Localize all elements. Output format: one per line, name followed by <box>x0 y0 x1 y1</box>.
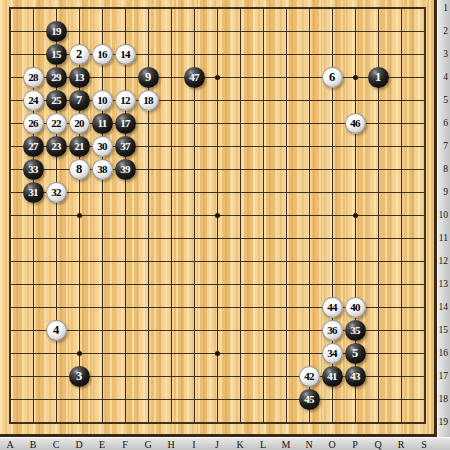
intersection-G16[interactable] <box>137 342 160 365</box>
intersection-B9[interactable]: 31 <box>22 181 45 204</box>
intersection-G11[interactable] <box>137 227 160 250</box>
intersection-I5[interactable] <box>183 89 206 112</box>
intersection-F14[interactable] <box>114 296 137 319</box>
intersection-R1[interactable] <box>390 0 413 20</box>
intersection-Q12[interactable] <box>367 250 390 273</box>
intersection-P15[interactable]: 35 <box>344 319 367 342</box>
intersection-H16[interactable] <box>160 342 183 365</box>
intersection-D14[interactable] <box>68 296 91 319</box>
intersection-D16[interactable] <box>68 342 91 365</box>
intersection-O12[interactable] <box>321 250 344 273</box>
intersection-N14[interactable] <box>298 296 321 319</box>
intersection-I19[interactable] <box>183 411 206 434</box>
intersection-R16[interactable] <box>390 342 413 365</box>
intersection-S8[interactable] <box>413 158 436 181</box>
intersection-N9[interactable] <box>298 181 321 204</box>
intersection-B5[interactable]: 24 <box>22 89 45 112</box>
intersection-G1[interactable] <box>137 0 160 20</box>
intersection-N12[interactable] <box>298 250 321 273</box>
intersection-R3[interactable] <box>390 43 413 66</box>
intersection-E4[interactable] <box>91 66 114 89</box>
intersection-H5[interactable] <box>160 89 183 112</box>
intersection-O4[interactable]: 6 <box>321 66 344 89</box>
intersection-L10[interactable] <box>252 204 275 227</box>
intersection-N15[interactable] <box>298 319 321 342</box>
intersection-S16[interactable] <box>413 342 436 365</box>
intersection-C14[interactable] <box>45 296 68 319</box>
intersection-G2[interactable] <box>137 20 160 43</box>
intersection-I3[interactable] <box>183 43 206 66</box>
intersection-S18[interactable] <box>413 388 436 411</box>
intersection-H4[interactable] <box>160 66 183 89</box>
intersection-I15[interactable] <box>183 319 206 342</box>
intersection-L3[interactable] <box>252 43 275 66</box>
intersection-P13[interactable] <box>344 273 367 296</box>
intersection-J17[interactable] <box>206 365 229 388</box>
intersection-R11[interactable] <box>390 227 413 250</box>
intersection-A10[interactable] <box>0 204 22 227</box>
intersection-K8[interactable] <box>229 158 252 181</box>
intersection-I7[interactable] <box>183 135 206 158</box>
intersection-G13[interactable] <box>137 273 160 296</box>
intersection-I6[interactable] <box>183 112 206 135</box>
intersection-K3[interactable] <box>229 43 252 66</box>
intersection-L14[interactable] <box>252 296 275 319</box>
intersection-A9[interactable] <box>0 181 22 204</box>
intersection-F3[interactable]: 14 <box>114 43 137 66</box>
intersection-C1[interactable] <box>45 0 68 20</box>
intersection-A2[interactable] <box>0 20 22 43</box>
intersection-L19[interactable] <box>252 411 275 434</box>
intersection-D3[interactable]: 2 <box>68 43 91 66</box>
intersection-O13[interactable] <box>321 273 344 296</box>
intersection-F9[interactable] <box>114 181 137 204</box>
intersection-E12[interactable] <box>91 250 114 273</box>
intersection-G14[interactable] <box>137 296 160 319</box>
intersection-S4[interactable] <box>413 66 436 89</box>
intersection-F6[interactable]: 17 <box>114 112 137 135</box>
intersection-J2[interactable] <box>206 20 229 43</box>
intersection-H2[interactable] <box>160 20 183 43</box>
intersection-S17[interactable] <box>413 365 436 388</box>
intersection-L18[interactable] <box>252 388 275 411</box>
intersection-P8[interactable] <box>344 158 367 181</box>
intersection-L2[interactable] <box>252 20 275 43</box>
intersection-F4[interactable] <box>114 66 137 89</box>
intersection-E13[interactable] <box>91 273 114 296</box>
intersection-R10[interactable] <box>390 204 413 227</box>
intersection-R9[interactable] <box>390 181 413 204</box>
intersection-D19[interactable] <box>68 411 91 434</box>
intersection-K17[interactable] <box>229 365 252 388</box>
intersection-Q18[interactable] <box>367 388 390 411</box>
intersection-K1[interactable] <box>229 0 252 20</box>
intersection-C13[interactable] <box>45 273 68 296</box>
intersection-L7[interactable] <box>252 135 275 158</box>
intersection-J18[interactable] <box>206 388 229 411</box>
intersection-L13[interactable] <box>252 273 275 296</box>
intersection-D7[interactable]: 21 <box>68 135 91 158</box>
intersection-D10[interactable] <box>68 204 91 227</box>
intersection-D12[interactable] <box>68 250 91 273</box>
intersection-N2[interactable] <box>298 20 321 43</box>
intersection-K19[interactable] <box>229 411 252 434</box>
intersection-S1[interactable] <box>413 0 436 20</box>
intersection-H10[interactable] <box>160 204 183 227</box>
intersection-B2[interactable] <box>22 20 45 43</box>
intersection-R13[interactable] <box>390 273 413 296</box>
intersection-M11[interactable] <box>275 227 298 250</box>
intersection-P7[interactable] <box>344 135 367 158</box>
intersection-L8[interactable] <box>252 158 275 181</box>
intersection-F10[interactable] <box>114 204 137 227</box>
intersection-E15[interactable] <box>91 319 114 342</box>
intersection-P10[interactable] <box>344 204 367 227</box>
intersection-K6[interactable] <box>229 112 252 135</box>
intersection-I18[interactable] <box>183 388 206 411</box>
intersection-B18[interactable] <box>22 388 45 411</box>
intersection-H17[interactable] <box>160 365 183 388</box>
intersection-M17[interactable] <box>275 365 298 388</box>
intersection-M14[interactable] <box>275 296 298 319</box>
intersection-R7[interactable] <box>390 135 413 158</box>
intersection-R19[interactable] <box>390 411 413 434</box>
intersection-J16[interactable] <box>206 342 229 365</box>
intersection-C12[interactable] <box>45 250 68 273</box>
intersection-F11[interactable] <box>114 227 137 250</box>
intersection-B7[interactable]: 27 <box>22 135 45 158</box>
intersection-O1[interactable] <box>321 0 344 20</box>
intersection-H6[interactable] <box>160 112 183 135</box>
intersection-Q7[interactable] <box>367 135 390 158</box>
intersection-Q9[interactable] <box>367 181 390 204</box>
intersection-O9[interactable] <box>321 181 344 204</box>
intersection-Q11[interactable] <box>367 227 390 250</box>
intersection-N8[interactable] <box>298 158 321 181</box>
intersection-C8[interactable] <box>45 158 68 181</box>
intersection-S5[interactable] <box>413 89 436 112</box>
intersection-L1[interactable] <box>252 0 275 20</box>
intersection-P4[interactable] <box>344 66 367 89</box>
intersection-E11[interactable] <box>91 227 114 250</box>
intersection-F7[interactable]: 37 <box>114 135 137 158</box>
intersection-I14[interactable] <box>183 296 206 319</box>
intersection-P17[interactable]: 43 <box>344 365 367 388</box>
intersection-J5[interactable] <box>206 89 229 112</box>
intersection-Q17[interactable] <box>367 365 390 388</box>
intersection-N13[interactable] <box>298 273 321 296</box>
intersection-E16[interactable] <box>91 342 114 365</box>
intersection-O8[interactable] <box>321 158 344 181</box>
intersection-O11[interactable] <box>321 227 344 250</box>
intersection-Q15[interactable] <box>367 319 390 342</box>
intersection-C4[interactable]: 29 <box>45 66 68 89</box>
intersection-S9[interactable] <box>413 181 436 204</box>
intersection-D2[interactable] <box>68 20 91 43</box>
intersection-I9[interactable] <box>183 181 206 204</box>
intersection-A5[interactable] <box>0 89 22 112</box>
intersection-J13[interactable] <box>206 273 229 296</box>
intersection-N1[interactable] <box>298 0 321 20</box>
intersection-Q4[interactable]: 1 <box>367 66 390 89</box>
intersection-A8[interactable] <box>0 158 22 181</box>
intersection-L12[interactable] <box>252 250 275 273</box>
intersection-K18[interactable] <box>229 388 252 411</box>
intersection-N16[interactable] <box>298 342 321 365</box>
intersection-N17[interactable]: 42 <box>298 365 321 388</box>
intersection-O18[interactable] <box>321 388 344 411</box>
intersection-J6[interactable] <box>206 112 229 135</box>
intersection-D1[interactable] <box>68 0 91 20</box>
intersection-S14[interactable] <box>413 296 436 319</box>
intersection-K14[interactable] <box>229 296 252 319</box>
intersection-A15[interactable] <box>0 319 22 342</box>
intersection-K12[interactable] <box>229 250 252 273</box>
intersection-Q6[interactable] <box>367 112 390 135</box>
intersection-P1[interactable] <box>344 0 367 20</box>
intersection-D5[interactable]: 7 <box>68 89 91 112</box>
intersection-B14[interactable] <box>22 296 45 319</box>
intersection-G10[interactable] <box>137 204 160 227</box>
intersection-A7[interactable] <box>0 135 22 158</box>
intersection-C16[interactable] <box>45 342 68 365</box>
intersection-L5[interactable] <box>252 89 275 112</box>
intersection-F8[interactable]: 39 <box>114 158 137 181</box>
intersection-P12[interactable] <box>344 250 367 273</box>
intersection-C9[interactable]: 32 <box>45 181 68 204</box>
intersection-R8[interactable] <box>390 158 413 181</box>
intersection-K13[interactable] <box>229 273 252 296</box>
intersection-A18[interactable] <box>0 388 22 411</box>
intersection-F17[interactable] <box>114 365 137 388</box>
intersection-L15[interactable] <box>252 319 275 342</box>
intersection-G17[interactable] <box>137 365 160 388</box>
intersection-I1[interactable] <box>183 0 206 20</box>
intersection-B12[interactable] <box>22 250 45 273</box>
intersection-E3[interactable]: 16 <box>91 43 114 66</box>
intersection-I4[interactable]: 47 <box>183 66 206 89</box>
intersection-C11[interactable] <box>45 227 68 250</box>
intersection-R14[interactable] <box>390 296 413 319</box>
intersection-G8[interactable] <box>137 158 160 181</box>
intersection-N5[interactable] <box>298 89 321 112</box>
intersection-P11[interactable] <box>344 227 367 250</box>
intersection-H3[interactable] <box>160 43 183 66</box>
intersection-J10[interactable] <box>206 204 229 227</box>
intersection-O17[interactable]: 41 <box>321 365 344 388</box>
intersection-I11[interactable] <box>183 227 206 250</box>
intersection-N19[interactable] <box>298 411 321 434</box>
intersection-G12[interactable] <box>137 250 160 273</box>
intersection-K11[interactable] <box>229 227 252 250</box>
intersection-H8[interactable] <box>160 158 183 181</box>
intersection-S10[interactable] <box>413 204 436 227</box>
intersection-Q1[interactable] <box>367 0 390 20</box>
intersection-L6[interactable] <box>252 112 275 135</box>
intersection-E2[interactable] <box>91 20 114 43</box>
intersection-H11[interactable] <box>160 227 183 250</box>
intersection-R5[interactable] <box>390 89 413 112</box>
intersection-G18[interactable] <box>137 388 160 411</box>
intersection-C2[interactable]: 19 <box>45 20 68 43</box>
intersection-O7[interactable] <box>321 135 344 158</box>
intersection-S12[interactable] <box>413 250 436 273</box>
intersection-P6[interactable]: 46 <box>344 112 367 135</box>
intersection-M4[interactable] <box>275 66 298 89</box>
intersection-B3[interactable] <box>22 43 45 66</box>
intersection-O2[interactable] <box>321 20 344 43</box>
intersection-D9[interactable] <box>68 181 91 204</box>
intersection-N6[interactable] <box>298 112 321 135</box>
intersection-D13[interactable] <box>68 273 91 296</box>
intersection-C19[interactable] <box>45 411 68 434</box>
intersection-P5[interactable] <box>344 89 367 112</box>
intersection-H1[interactable] <box>160 0 183 20</box>
intersection-N10[interactable] <box>298 204 321 227</box>
intersection-G15[interactable] <box>137 319 160 342</box>
intersection-G6[interactable] <box>137 112 160 135</box>
intersection-H13[interactable] <box>160 273 183 296</box>
intersection-Q8[interactable] <box>367 158 390 181</box>
intersection-K5[interactable] <box>229 89 252 112</box>
intersection-D6[interactable]: 20 <box>68 112 91 135</box>
intersection-I10[interactable] <box>183 204 206 227</box>
intersection-P18[interactable] <box>344 388 367 411</box>
intersection-R6[interactable] <box>390 112 413 135</box>
intersection-B16[interactable] <box>22 342 45 365</box>
intersection-B8[interactable]: 33 <box>22 158 45 181</box>
intersection-E9[interactable] <box>91 181 114 204</box>
intersection-A17[interactable] <box>0 365 22 388</box>
intersection-H7[interactable] <box>160 135 183 158</box>
intersection-A19[interactable] <box>0 411 22 434</box>
intersection-I16[interactable] <box>183 342 206 365</box>
intersection-E1[interactable] <box>91 0 114 20</box>
intersection-K2[interactable] <box>229 20 252 43</box>
intersection-J11[interactable] <box>206 227 229 250</box>
intersection-O10[interactable] <box>321 204 344 227</box>
intersection-I17[interactable] <box>183 365 206 388</box>
intersection-Q3[interactable] <box>367 43 390 66</box>
intersection-E7[interactable]: 30 <box>91 135 114 158</box>
intersection-M6[interactable] <box>275 112 298 135</box>
intersection-Q5[interactable] <box>367 89 390 112</box>
intersection-F19[interactable] <box>114 411 137 434</box>
intersection-G19[interactable] <box>137 411 160 434</box>
intersection-D15[interactable] <box>68 319 91 342</box>
intersection-M5[interactable] <box>275 89 298 112</box>
intersection-H9[interactable] <box>160 181 183 204</box>
intersection-M10[interactable] <box>275 204 298 227</box>
intersection-B13[interactable] <box>22 273 45 296</box>
intersection-J12[interactable] <box>206 250 229 273</box>
intersection-K9[interactable] <box>229 181 252 204</box>
intersection-J3[interactable] <box>206 43 229 66</box>
intersection-L11[interactable] <box>252 227 275 250</box>
intersection-R18[interactable] <box>390 388 413 411</box>
intersection-C6[interactable]: 22 <box>45 112 68 135</box>
intersection-I13[interactable] <box>183 273 206 296</box>
intersection-M15[interactable] <box>275 319 298 342</box>
intersection-E14[interactable] <box>91 296 114 319</box>
intersection-L16[interactable] <box>252 342 275 365</box>
intersection-F5[interactable]: 12 <box>114 89 137 112</box>
intersection-D4[interactable]: 13 <box>68 66 91 89</box>
intersection-E19[interactable] <box>91 411 114 434</box>
intersection-R17[interactable] <box>390 365 413 388</box>
intersection-F1[interactable] <box>114 0 137 20</box>
intersection-M19[interactable] <box>275 411 298 434</box>
intersection-A14[interactable] <box>0 296 22 319</box>
intersection-E5[interactable]: 10 <box>91 89 114 112</box>
intersection-D8[interactable]: 8 <box>68 158 91 181</box>
intersection-A6[interactable] <box>0 112 22 135</box>
intersection-J1[interactable] <box>206 0 229 20</box>
intersection-A13[interactable] <box>0 273 22 296</box>
intersection-C5[interactable]: 25 <box>45 89 68 112</box>
intersection-C17[interactable] <box>45 365 68 388</box>
intersection-O16[interactable]: 34 <box>321 342 344 365</box>
intersection-L17[interactable] <box>252 365 275 388</box>
intersection-E18[interactable] <box>91 388 114 411</box>
intersection-E10[interactable] <box>91 204 114 227</box>
intersection-B11[interactable] <box>22 227 45 250</box>
intersection-F2[interactable] <box>114 20 137 43</box>
intersection-F16[interactable] <box>114 342 137 365</box>
intersection-E8[interactable]: 38 <box>91 158 114 181</box>
intersection-F13[interactable] <box>114 273 137 296</box>
intersection-O14[interactable]: 44 <box>321 296 344 319</box>
intersection-M8[interactable] <box>275 158 298 181</box>
intersection-K16[interactable] <box>229 342 252 365</box>
intersection-K4[interactable] <box>229 66 252 89</box>
intersection-I12[interactable] <box>183 250 206 273</box>
intersection-M16[interactable] <box>275 342 298 365</box>
intersection-C18[interactable] <box>45 388 68 411</box>
intersection-H18[interactable] <box>160 388 183 411</box>
intersection-N18[interactable]: 45 <box>298 388 321 411</box>
intersection-C7[interactable]: 23 <box>45 135 68 158</box>
intersection-A4[interactable] <box>0 66 22 89</box>
intersection-P9[interactable] <box>344 181 367 204</box>
intersection-M18[interactable] <box>275 388 298 411</box>
intersection-S19[interactable] <box>413 411 436 434</box>
intersection-M3[interactable] <box>275 43 298 66</box>
intersection-M13[interactable] <box>275 273 298 296</box>
intersection-S7[interactable] <box>413 135 436 158</box>
intersection-A12[interactable] <box>0 250 22 273</box>
intersection-R12[interactable] <box>390 250 413 273</box>
intersection-S11[interactable] <box>413 227 436 250</box>
intersection-H14[interactable] <box>160 296 183 319</box>
intersection-M1[interactable] <box>275 0 298 20</box>
intersection-D17[interactable]: 3 <box>68 365 91 388</box>
intersection-O6[interactable] <box>321 112 344 135</box>
intersection-A3[interactable] <box>0 43 22 66</box>
intersection-B10[interactable] <box>22 204 45 227</box>
intersection-L9[interactable] <box>252 181 275 204</box>
intersection-B15[interactable] <box>22 319 45 342</box>
intersection-G4[interactable]: 9 <box>137 66 160 89</box>
intersection-Q19[interactable] <box>367 411 390 434</box>
intersection-B4[interactable]: 28 <box>22 66 45 89</box>
intersection-I2[interactable] <box>183 20 206 43</box>
intersection-A11[interactable] <box>0 227 22 250</box>
intersection-C3[interactable]: 15 <box>45 43 68 66</box>
intersection-B19[interactable] <box>22 411 45 434</box>
intersection-H12[interactable] <box>160 250 183 273</box>
intersection-Q2[interactable] <box>367 20 390 43</box>
